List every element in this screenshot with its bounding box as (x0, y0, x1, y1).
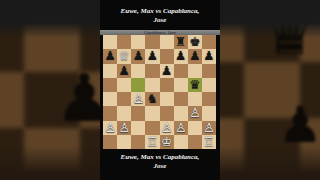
black-pawn-h7[interactable]: ♟ (202, 49, 216, 63)
white-pawn-f2[interactable]: ♙ (174, 121, 188, 135)
square-a4[interactable] (103, 92, 117, 106)
background-shade (220, 146, 320, 180)
caption-line-1: Euwe, Max vs Capablanca, (100, 7, 220, 16)
square-a6[interactable] (103, 64, 117, 78)
square-c3[interactable] (131, 106, 145, 120)
square-h5[interactable] (202, 78, 216, 92)
square-g4[interactable] (188, 92, 202, 106)
white-rook-h1[interactable]: ♖ (202, 135, 216, 149)
caption-line-2: Jose (100, 16, 220, 25)
square-d7[interactable]: ♟ (145, 49, 159, 63)
blurred-background-right: ♛ ♟ (220, 0, 320, 180)
square-b7[interactable]: ♕ (117, 49, 131, 63)
square-g6[interactable] (188, 64, 202, 78)
square-a7[interactable]: ♟ (103, 49, 117, 63)
white-pawn-c4[interactable]: ♙ (131, 92, 145, 106)
square-g1[interactable] (188, 135, 202, 149)
white-queen-b7[interactable]: ♕ (117, 49, 131, 63)
black-pawn-c7[interactable]: ♟ (131, 49, 145, 63)
square-c6[interactable] (131, 64, 145, 78)
square-e1[interactable]: ♔ (160, 135, 174, 149)
white-king-e1[interactable]: ♔ (160, 135, 174, 149)
square-g8[interactable]: ♚ (188, 35, 202, 49)
square-f2[interactable]: ♙ (174, 121, 188, 135)
square-b8[interactable] (117, 35, 131, 49)
players-caption-top: Euwe, Max vs Capablanca, Jose (100, 0, 220, 30)
square-h8[interactable] (202, 35, 216, 49)
square-d8[interactable] (145, 35, 159, 49)
blurred-black-pawn-icon: ♟ (278, 100, 320, 150)
black-king-g8[interactable]: ♚ (188, 35, 202, 49)
square-d1[interactable]: ♖ (145, 135, 159, 149)
square-c4[interactable]: ♙ (131, 92, 145, 106)
square-c1[interactable] (131, 135, 145, 149)
square-f8[interactable]: ♜ (174, 35, 188, 49)
square-b1[interactable] (117, 135, 131, 149)
square-h1[interactable]: ♖ (202, 135, 216, 149)
background-shade (0, 0, 100, 38)
square-e5[interactable] (160, 78, 174, 92)
square-a5[interactable] (103, 78, 117, 92)
black-rook-f8[interactable]: ♜ (174, 35, 188, 49)
square-d5[interactable] (145, 78, 159, 92)
square-g2[interactable] (188, 121, 202, 135)
square-c2[interactable] (131, 121, 145, 135)
white-pawn-a2[interactable]: ♙ (103, 121, 117, 135)
caption-line-1: Euwe, Max vs Capablanca, (100, 153, 220, 162)
square-f5[interactable] (174, 78, 188, 92)
square-b4[interactable] (117, 92, 131, 106)
square-f4[interactable] (174, 92, 188, 106)
square-f7[interactable]: ♟ (174, 49, 188, 63)
square-c5[interactable] (131, 78, 145, 92)
square-g3[interactable]: ♙ (188, 106, 202, 120)
blurred-background-left: ♟ (0, 0, 100, 180)
square-e6[interactable]: ♟ (160, 64, 174, 78)
square-f6[interactable] (174, 64, 188, 78)
center-column: Euwe, Max vs Capablanca, Jose Capablanca… (100, 0, 220, 180)
chess-board[interactable]: ♜♚♟♕♟♟♟♟♟♟♟♛♙♞♙♙♙♙♙♙♖♔♖ (103, 35, 216, 149)
square-e8[interactable] (160, 35, 174, 49)
black-queen-g5[interactable]: ♛ (188, 78, 202, 92)
black-pawn-d7[interactable]: ♟ (145, 49, 159, 63)
background-shade (220, 0, 320, 38)
square-h7[interactable]: ♟ (202, 49, 216, 63)
black-pawn-a7[interactable]: ♟ (103, 49, 117, 63)
square-e3[interactable] (160, 106, 174, 120)
square-b5[interactable] (117, 78, 131, 92)
square-a2[interactable]: ♙ (103, 121, 117, 135)
square-h3[interactable] (202, 106, 216, 120)
square-b3[interactable] (117, 106, 131, 120)
square-b2[interactable]: ♙ (117, 121, 131, 135)
square-g7[interactable]: ♟ (188, 49, 202, 63)
players-caption-bottom: Euwe, Max vs Capablanca, Jose (100, 149, 220, 180)
white-pawn-g3[interactable]: ♙ (188, 106, 202, 120)
white-rook-d1[interactable]: ♖ (145, 135, 159, 149)
square-b6[interactable]: ♟ (117, 64, 131, 78)
square-d3[interactable] (145, 106, 159, 120)
square-e2[interactable]: ♙ (160, 121, 174, 135)
white-pawn-e2[interactable]: ♙ (160, 121, 174, 135)
white-pawn-b2[interactable]: ♙ (117, 121, 131, 135)
square-e4[interactable] (160, 92, 174, 106)
black-pawn-g7[interactable]: ♟ (188, 49, 202, 63)
square-g5[interactable]: ♛ (188, 78, 202, 92)
caption-line-2: Jose (100, 162, 220, 171)
black-knight-d4[interactable]: ♞ (145, 92, 159, 106)
blurred-black-pawn-icon: ♟ (55, 66, 100, 132)
square-c7[interactable]: ♟ (131, 49, 145, 63)
video-frame: ♟ ♛ ♟ Euwe, Max vs Capablanca, Jose Capa… (0, 0, 320, 180)
background-shade (0, 146, 100, 180)
black-pawn-b6[interactable]: ♟ (117, 64, 131, 78)
square-f3[interactable] (174, 106, 188, 120)
square-a8[interactable] (103, 35, 117, 49)
square-a3[interactable] (103, 106, 117, 120)
square-f1[interactable] (174, 135, 188, 149)
square-e7[interactable] (160, 49, 174, 63)
square-d2[interactable] (145, 121, 159, 135)
black-pawn-f7[interactable]: ♟ (174, 49, 188, 63)
white-pawn-h2[interactable]: ♙ (202, 121, 216, 135)
square-a1[interactable] (103, 135, 117, 149)
square-c8[interactable] (131, 35, 145, 49)
square-h6[interactable] (202, 64, 216, 78)
black-pawn-e6[interactable]: ♟ (160, 64, 174, 78)
square-h4[interactable] (202, 92, 216, 106)
square-d6[interactable] (145, 64, 159, 78)
square-h2[interactable]: ♙ (202, 121, 216, 135)
square-d4[interactable]: ♞ (145, 92, 159, 106)
